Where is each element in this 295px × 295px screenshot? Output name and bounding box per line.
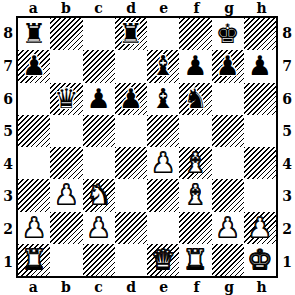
piece-black-rook: ♜ <box>22 18 46 50</box>
rank-label-2: 2 <box>0 213 16 246</box>
square-a7[interactable]: ♟ <box>18 50 50 82</box>
rank-label-8: 8 <box>279 17 295 50</box>
rank-label-3: 3 <box>0 180 16 213</box>
square-d4[interactable] <box>115 147 147 179</box>
file-label-d: d <box>115 279 148 295</box>
square-e6[interactable]: ♝ <box>147 83 179 115</box>
piece-white-pawn: ♟ <box>151 147 175 179</box>
rank-labels-left: 87654321 <box>0 17 16 278</box>
file-label-h: h <box>245 279 278 295</box>
file-label-b: b <box>50 0 83 16</box>
board: ♜♜♚♟♝♟♟♟♛♟♟♝♞♟♝♟♞♝♟♟♟♟♜♛♜♚ <box>16 16 278 278</box>
square-g1[interactable] <box>212 244 244 276</box>
square-g2[interactable]: ♟ <box>212 212 244 244</box>
square-f5[interactable] <box>179 115 211 147</box>
square-f7[interactable]: ♟ <box>179 50 211 82</box>
square-g4[interactable] <box>212 147 244 179</box>
square-g8[interactable]: ♚ <box>212 18 244 50</box>
square-c4[interactable] <box>83 147 115 179</box>
square-d1[interactable] <box>115 244 147 276</box>
file-label-g: g <box>213 0 246 16</box>
file-label-g: g <box>213 279 246 295</box>
rank-label-7: 7 <box>0 50 16 83</box>
piece-black-knight: ♞ <box>183 83 207 115</box>
piece-black-pawn: ♟ <box>183 50 207 82</box>
square-a8[interactable]: ♜ <box>18 18 50 50</box>
square-g7[interactable]: ♟ <box>212 50 244 82</box>
rank-label-6: 6 <box>279 82 295 115</box>
square-b1[interactable] <box>50 244 82 276</box>
piece-white-queen: ♛ <box>151 244 175 276</box>
square-h7[interactable]: ♟ <box>244 50 276 82</box>
piece-black-rook: ♜ <box>119 18 143 50</box>
square-c5[interactable] <box>83 115 115 147</box>
square-b5[interactable] <box>50 115 82 147</box>
square-a2[interactable]: ♟ <box>18 212 50 244</box>
square-f2[interactable] <box>179 212 211 244</box>
square-h5[interactable] <box>244 115 276 147</box>
square-a1[interactable]: ♜ <box>18 244 50 276</box>
piece-white-pawn: ♟ <box>87 212 111 244</box>
file-labels-bottom: abcdefgh <box>17 278 278 295</box>
square-e3[interactable] <box>147 179 179 211</box>
piece-white-knight: ♞ <box>87 179 111 211</box>
square-h4[interactable] <box>244 147 276 179</box>
piece-black-pawn: ♟ <box>119 83 143 115</box>
square-b8[interactable] <box>50 18 82 50</box>
piece-white-rook: ♜ <box>183 244 207 276</box>
square-e8[interactable] <box>147 18 179 50</box>
piece-white-king: ♚ <box>248 244 272 276</box>
file-label-e: e <box>148 0 181 16</box>
rank-label-2: 2 <box>279 213 295 246</box>
square-d3[interactable] <box>115 179 147 211</box>
square-b7[interactable] <box>50 50 82 82</box>
square-c8[interactable] <box>83 18 115 50</box>
square-e2[interactable] <box>147 212 179 244</box>
square-h3[interactable] <box>244 179 276 211</box>
file-label-f: f <box>180 279 213 295</box>
square-e4[interactable]: ♟ <box>147 147 179 179</box>
piece-black-king: ♚ <box>216 18 240 50</box>
square-a6[interactable] <box>18 83 50 115</box>
square-c1[interactable] <box>83 244 115 276</box>
square-g6[interactable] <box>212 83 244 115</box>
square-c6[interactable]: ♟ <box>83 83 115 115</box>
chess-diagram: abcdefgh 87654321 ♜♜♚♟♝♟♟♟♛♟♟♝♞♟♝♟♞♝♟♟♟♟… <box>0 0 295 295</box>
square-h6[interactable] <box>244 83 276 115</box>
square-d5[interactable] <box>115 115 147 147</box>
file-label-e: e <box>148 279 181 295</box>
file-label-c: c <box>82 0 115 16</box>
piece-black-pawn: ♟ <box>216 50 240 82</box>
file-label-c: c <box>82 279 115 295</box>
square-e7[interactable]: ♝ <box>147 50 179 82</box>
file-labels-top: abcdefgh <box>17 0 278 16</box>
square-d8[interactable]: ♜ <box>115 18 147 50</box>
piece-white-pawn: ♟ <box>22 212 46 244</box>
square-f1[interactable]: ♜ <box>179 244 211 276</box>
rank-label-4: 4 <box>0 148 16 181</box>
square-f6[interactable]: ♞ <box>179 83 211 115</box>
rank-label-1: 1 <box>0 245 16 278</box>
piece-white-bishop: ♝ <box>183 147 207 179</box>
piece-white-bishop: ♝ <box>183 179 207 211</box>
file-label-h: h <box>245 0 278 16</box>
square-a5[interactable] <box>18 115 50 147</box>
rank-label-5: 5 <box>279 115 295 148</box>
rank-label-8: 8 <box>0 17 16 50</box>
rank-label-5: 5 <box>0 115 16 148</box>
square-a3[interactable] <box>18 179 50 211</box>
piece-black-pawn: ♟ <box>22 50 46 82</box>
piece-black-bishop: ♝ <box>151 50 175 82</box>
square-g5[interactable] <box>212 115 244 147</box>
square-c3[interactable]: ♞ <box>83 179 115 211</box>
piece-black-queen: ♛ <box>54 83 78 115</box>
square-d2[interactable] <box>115 212 147 244</box>
square-c2[interactable]: ♟ <box>83 212 115 244</box>
square-c7[interactable] <box>83 50 115 82</box>
file-label-f: f <box>180 0 213 16</box>
file-label-d: d <box>115 0 148 16</box>
piece-white-rook: ♜ <box>22 244 46 276</box>
square-d6[interactable]: ♟ <box>115 83 147 115</box>
piece-black-bishop: ♝ <box>151 83 175 115</box>
square-b6[interactable]: ♛ <box>50 83 82 115</box>
square-f3[interactable]: ♝ <box>179 179 211 211</box>
rank-label-1: 1 <box>279 245 295 278</box>
piece-white-pawn: ♟ <box>54 179 78 211</box>
square-d7[interactable] <box>115 50 147 82</box>
rank-label-6: 6 <box>0 82 16 115</box>
file-label-a: a <box>17 279 50 295</box>
square-a4[interactable] <box>18 147 50 179</box>
square-h8[interactable] <box>244 18 276 50</box>
rank-labels-right: 87654321 <box>279 17 295 278</box>
piece-white-pawn: ♟ <box>216 212 240 244</box>
rank-label-4: 4 <box>279 148 295 181</box>
square-f8[interactable] <box>179 18 211 50</box>
square-e5[interactable] <box>147 115 179 147</box>
square-f4[interactable]: ♝ <box>179 147 211 179</box>
square-b3[interactable]: ♟ <box>50 179 82 211</box>
piece-black-pawn: ♟ <box>248 50 272 82</box>
square-g3[interactable] <box>212 179 244 211</box>
square-h2[interactable]: ♟ <box>244 212 276 244</box>
square-b4[interactable] <box>50 147 82 179</box>
rank-label-7: 7 <box>279 50 295 83</box>
square-b2[interactable] <box>50 212 82 244</box>
piece-black-pawn: ♟ <box>87 83 111 115</box>
piece-white-pawn: ♟ <box>248 212 272 244</box>
square-h1[interactable]: ♚ <box>244 244 276 276</box>
rank-label-3: 3 <box>279 180 295 213</box>
square-e1[interactable]: ♛ <box>147 244 179 276</box>
file-label-a: a <box>17 0 50 16</box>
file-label-b: b <box>50 279 83 295</box>
